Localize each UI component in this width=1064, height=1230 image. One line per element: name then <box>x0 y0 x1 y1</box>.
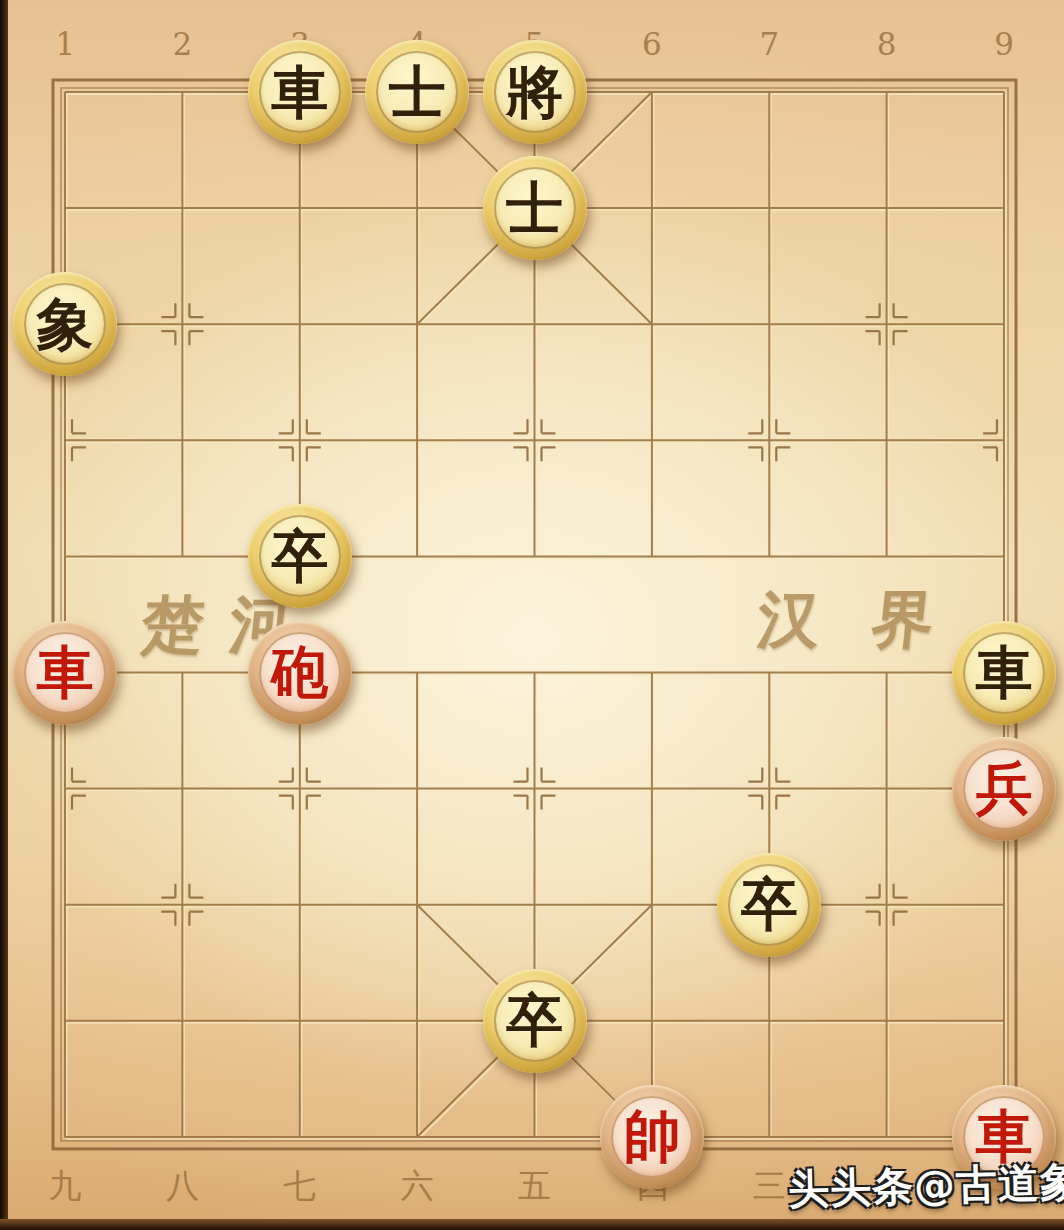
file-label-bottom-5: 五 <box>511 1164 559 1209</box>
file-label-top-2: 2 <box>158 26 206 62</box>
file-label-top-6: 6 <box>628 26 676 62</box>
piece-glyph: 車 <box>37 644 94 701</box>
piece-black-soldier-f5r8[interactable]: 卒 <box>483 969 587 1073</box>
piece-black-soldier-f7r7[interactable]: 卒 <box>717 853 821 957</box>
watermark: 头头条@古道象棋 <box>787 1154 1064 1218</box>
bottom-edge-shadow <box>0 1219 1064 1230</box>
piece-glyph: 車 <box>976 644 1033 701</box>
file-label-bottom-3: 七 <box>276 1164 324 1209</box>
piece-glyph: 將 <box>506 64 563 121</box>
piece-black-advisor-f4r0[interactable]: 士 <box>365 40 469 144</box>
piece-face: 砲 <box>259 632 341 714</box>
left-edge-shadow <box>0 0 8 1230</box>
piece-face: 士 <box>376 51 458 133</box>
file-label-bottom-7: 三 <box>745 1164 793 1209</box>
piece-glyph: 卒 <box>271 528 328 585</box>
piece-face: 車 <box>963 632 1045 714</box>
piece-black-elephant-f1r2[interactable]: 象 <box>13 272 117 376</box>
piece-glyph: 卒 <box>506 992 563 1049</box>
file-label-top-7: 7 <box>745 26 793 62</box>
piece-red-general-f6r9[interactable]: 帥 <box>600 1085 704 1189</box>
file-label-bottom-2: 八 <box>158 1164 206 1209</box>
piece-glyph: 卒 <box>741 876 798 933</box>
piece-black-advisor-f5r1[interactable]: 士 <box>483 156 587 260</box>
piece-face: 卒 <box>728 864 810 946</box>
piece-face: 兵 <box>963 748 1045 830</box>
piece-black-chariot-f3r0[interactable]: 車 <box>248 40 352 144</box>
piece-glyph: 帥 <box>623 1108 680 1165</box>
piece-face: 車 <box>24 632 106 714</box>
piece-face: 車 <box>259 51 341 133</box>
piece-red-soldier-f9r6[interactable]: 兵 <box>952 737 1056 841</box>
piece-face: 卒 <box>259 515 341 597</box>
piece-glyph: 車 <box>271 64 328 121</box>
piece-black-general-f5r0[interactable]: 將 <box>483 40 587 144</box>
piece-glyph: 砲 <box>271 644 328 701</box>
piece-face: 象 <box>24 283 106 365</box>
river-label-han-jie: 汉界 <box>754 578 991 662</box>
piece-face: 帥 <box>611 1096 693 1178</box>
piece-red-cannon-f3r5[interactable]: 砲 <box>248 621 352 725</box>
xiangqi-board: 123456789 九八七六五四三二一 楚河 汉界 車士將士象卒車砲車兵卒卒帥車… <box>0 0 1064 1230</box>
file-label-bottom-4: 六 <box>393 1164 441 1209</box>
file-label-top-8: 8 <box>863 26 911 62</box>
piece-glyph: 象 <box>37 296 94 353</box>
piece-glyph: 兵 <box>976 760 1033 817</box>
file-label-top-1: 1 <box>41 26 89 62</box>
piece-black-soldier-f3r4[interactable]: 卒 <box>248 504 352 608</box>
piece-face: 將 <box>494 51 576 133</box>
piece-glyph: 士 <box>506 180 563 237</box>
piece-face: 卒 <box>494 980 576 1062</box>
piece-glyph: 士 <box>389 64 446 121</box>
piece-face: 士 <box>494 167 576 249</box>
file-label-bottom-1: 九 <box>41 1164 89 1209</box>
file-label-top-9: 9 <box>980 26 1028 62</box>
piece-red-chariot-f1r5[interactable]: 車 <box>13 621 117 725</box>
piece-black-chariot-f9r5[interactable]: 車 <box>952 621 1056 725</box>
